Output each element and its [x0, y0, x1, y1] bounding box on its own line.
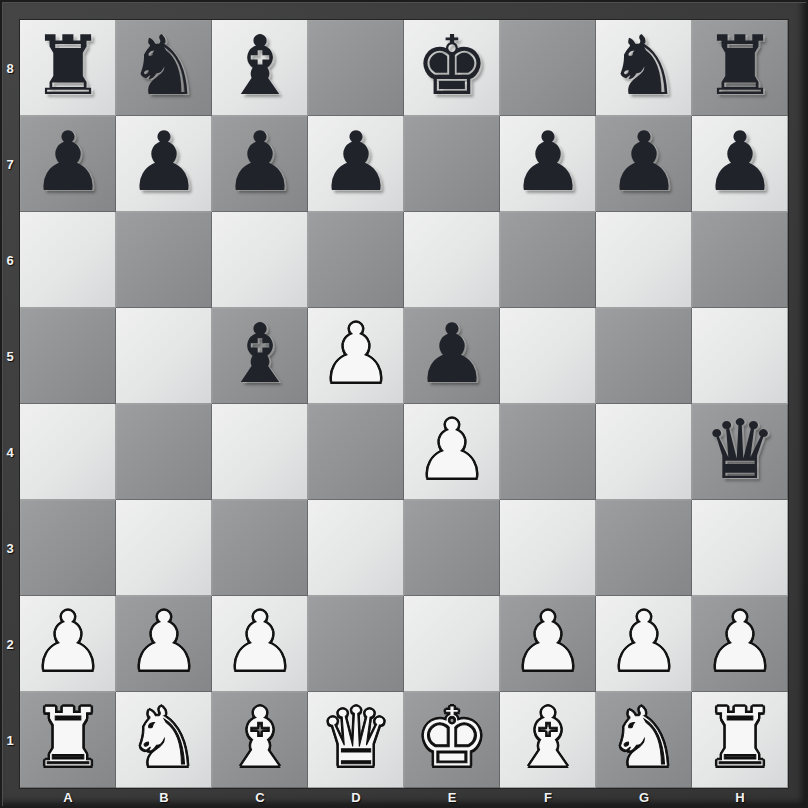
square-b3[interactable]: [116, 500, 212, 596]
square-d2[interactable]: [308, 596, 404, 692]
square-h2[interactable]: ♟: [692, 596, 788, 692]
square-c2[interactable]: ♟: [212, 596, 308, 692]
square-b2[interactable]: ♟: [116, 596, 212, 692]
chess-board-frame: ♜♞♝♚♞♜♟♟♟♟♟♟♟♝♟♟♟♛♟♟♟♟♟♟♜♞♝♛♚♝♞♜ 8A7B6C5…: [0, 0, 808, 808]
square-a3[interactable]: [20, 500, 116, 596]
square-h3[interactable]: [692, 500, 788, 596]
piece-black-pawn[interactable]: ♟: [511, 114, 585, 210]
square-g2[interactable]: ♟: [596, 596, 692, 692]
rank-label-8: 8: [1, 20, 19, 116]
piece-black-pawn[interactable]: ♟: [31, 114, 105, 210]
square-d4[interactable]: [308, 404, 404, 500]
square-g4[interactable]: [596, 404, 692, 500]
square-d7[interactable]: ♟: [308, 116, 404, 212]
rank-label-3: 3: [1, 500, 19, 596]
square-c3[interactable]: [212, 500, 308, 596]
piece-black-pawn[interactable]: ♟: [415, 306, 489, 402]
piece-white-pawn[interactable]: ♟: [511, 594, 585, 690]
square-c4[interactable]: [212, 404, 308, 500]
square-a6[interactable]: [20, 212, 116, 308]
piece-black-rook[interactable]: ♜: [703, 18, 777, 114]
piece-white-queen[interactable]: ♛: [319, 690, 393, 786]
square-f6[interactable]: [500, 212, 596, 308]
chess-board: ♜♞♝♚♞♜♟♟♟♟♟♟♟♝♟♟♟♛♟♟♟♟♟♟♜♞♝♛♚♝♞♜: [20, 20, 788, 788]
square-d3[interactable]: [308, 500, 404, 596]
file-label-c: C: [212, 789, 308, 805]
square-c8[interactable]: ♝: [212, 20, 308, 116]
file-label-a: A: [20, 789, 116, 805]
piece-black-knight[interactable]: ♞: [607, 18, 681, 114]
piece-black-bishop[interactable]: ♝: [223, 306, 297, 402]
piece-white-pawn[interactable]: ♟: [415, 402, 489, 498]
square-h7[interactable]: ♟: [692, 116, 788, 212]
piece-black-pawn[interactable]: ♟: [127, 114, 201, 210]
rank-label-7: 7: [1, 116, 19, 212]
file-label-h: H: [692, 789, 788, 805]
square-h1[interactable]: ♜: [692, 692, 788, 788]
square-c1[interactable]: ♝: [212, 692, 308, 788]
square-a1[interactable]: ♜: [20, 692, 116, 788]
square-e6[interactable]: [404, 212, 500, 308]
square-e5[interactable]: ♟: [404, 308, 500, 404]
square-b7[interactable]: ♟: [116, 116, 212, 212]
square-f4[interactable]: [500, 404, 596, 500]
square-c6[interactable]: [212, 212, 308, 308]
rank-label-4: 4: [1, 404, 19, 500]
square-d6[interactable]: [308, 212, 404, 308]
square-a2[interactable]: ♟: [20, 596, 116, 692]
square-b6[interactable]: [116, 212, 212, 308]
square-g3[interactable]: [596, 500, 692, 596]
file-label-b: B: [116, 789, 212, 805]
piece-black-pawn[interactable]: ♟: [319, 114, 393, 210]
chess-app: ♜♞♝♚♞♜♟♟♟♟♟♟♟♝♟♟♟♛♟♟♟♟♟♟♜♞♝♛♚♝♞♜ 8A7B6C5…: [0, 0, 808, 808]
square-g5[interactable]: [596, 308, 692, 404]
piece-white-pawn[interactable]: ♟: [607, 594, 681, 690]
rank-label-1: 1: [1, 692, 19, 788]
piece-white-king[interactable]: ♚: [415, 690, 489, 786]
square-e2[interactable]: [404, 596, 500, 692]
square-a8[interactable]: ♜: [20, 20, 116, 116]
square-h5[interactable]: [692, 308, 788, 404]
piece-white-pawn[interactable]: ♟: [31, 594, 105, 690]
piece-black-bishop[interactable]: ♝: [223, 18, 297, 114]
rank-label-2: 2: [1, 596, 19, 692]
square-a7[interactable]: ♟: [20, 116, 116, 212]
square-e3[interactable]: [404, 500, 500, 596]
file-label-g: G: [596, 789, 692, 805]
file-label-f: F: [500, 789, 596, 805]
piece-white-bishop[interactable]: ♝: [223, 690, 297, 786]
piece-white-pawn[interactable]: ♟: [319, 306, 393, 402]
square-h6[interactable]: [692, 212, 788, 308]
square-c7[interactable]: ♟: [212, 116, 308, 212]
square-b4[interactable]: [116, 404, 212, 500]
square-h4[interactable]: ♛: [692, 404, 788, 500]
piece-black-pawn[interactable]: ♟: [607, 114, 681, 210]
square-d5[interactable]: ♟: [308, 308, 404, 404]
square-e4[interactable]: ♟: [404, 404, 500, 500]
square-d1[interactable]: ♛: [308, 692, 404, 788]
square-h8[interactable]: ♜: [692, 20, 788, 116]
square-f1[interactable]: ♝: [500, 692, 596, 788]
square-c5[interactable]: ♝: [212, 308, 308, 404]
square-f7[interactable]: ♟: [500, 116, 596, 212]
square-e1[interactable]: ♚: [404, 692, 500, 788]
piece-white-rook[interactable]: ♜: [31, 690, 105, 786]
piece-white-pawn[interactable]: ♟: [127, 594, 201, 690]
piece-white-rook[interactable]: ♜: [703, 690, 777, 786]
square-d8[interactable]: [308, 20, 404, 116]
square-a5[interactable]: [20, 308, 116, 404]
piece-white-knight[interactable]: ♞: [127, 690, 201, 786]
square-f8[interactable]: [500, 20, 596, 116]
piece-white-knight[interactable]: ♞: [607, 690, 681, 786]
square-b8[interactable]: ♞: [116, 20, 212, 116]
square-f3[interactable]: [500, 500, 596, 596]
square-f2[interactable]: ♟: [500, 596, 596, 692]
file-label-d: D: [308, 789, 404, 805]
piece-black-king[interactable]: ♚: [415, 18, 489, 114]
piece-white-bishop[interactable]: ♝: [511, 690, 585, 786]
square-b5[interactable]: [116, 308, 212, 404]
piece-white-pawn[interactable]: ♟: [223, 594, 297, 690]
piece-black-knight[interactable]: ♞: [127, 18, 201, 114]
piece-white-pawn[interactable]: ♟: [703, 594, 777, 690]
square-g6[interactable]: [596, 212, 692, 308]
square-e7[interactable]: [404, 116, 500, 212]
square-e8[interactable]: ♚: [404, 20, 500, 116]
square-g7[interactable]: ♟: [596, 116, 692, 212]
file-label-e: E: [404, 789, 500, 805]
rank-label-6: 6: [1, 212, 19, 308]
piece-black-queen[interactable]: ♛: [703, 402, 777, 498]
piece-black-pawn[interactable]: ♟: [703, 114, 777, 210]
square-f5[interactable]: [500, 308, 596, 404]
square-g1[interactable]: ♞: [596, 692, 692, 788]
rank-label-5: 5: [1, 308, 19, 404]
piece-black-rook[interactable]: ♜: [31, 18, 105, 114]
piece-black-pawn[interactable]: ♟: [223, 114, 297, 210]
square-g8[interactable]: ♞: [596, 20, 692, 116]
square-a4[interactable]: [20, 404, 116, 500]
square-b1[interactable]: ♞: [116, 692, 212, 788]
